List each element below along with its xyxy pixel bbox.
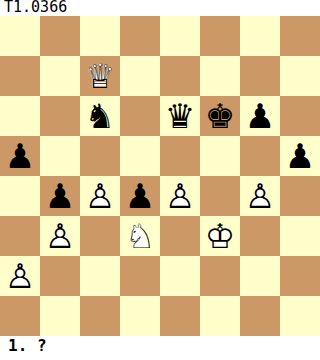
square-g2[interactable] bbox=[240, 256, 280, 296]
square-b4[interactable]: ♟ bbox=[40, 176, 80, 216]
white-pawn-outline: ♙ bbox=[240, 176, 280, 216]
black-pawn-glyph: ♟ bbox=[0, 136, 40, 176]
white-king[interactable]: ♚♔ bbox=[200, 216, 240, 256]
black-pawn[interactable]: ♟ bbox=[240, 96, 280, 136]
square-c8[interactable] bbox=[80, 16, 120, 56]
square-e6[interactable]: ♛ bbox=[160, 96, 200, 136]
square-e7[interactable] bbox=[160, 56, 200, 96]
square-f8[interactable] bbox=[200, 16, 240, 56]
black-pawn-glyph: ♟ bbox=[40, 176, 80, 216]
white-pawn[interactable]: ♟♙ bbox=[240, 176, 280, 216]
black-knight-glyph: ♞ bbox=[80, 96, 120, 136]
square-c1[interactable] bbox=[80, 296, 120, 336]
chess-board: ♛♕♞♛♚♟♟♟♟♟♙♟♟♙♟♙♟♙♞♘♚♔♟♙ bbox=[0, 16, 320, 336]
square-a4[interactable] bbox=[0, 176, 40, 216]
square-g7[interactable] bbox=[240, 56, 280, 96]
square-b3[interactable]: ♟♙ bbox=[40, 216, 80, 256]
square-h1[interactable] bbox=[280, 296, 320, 336]
square-b7[interactable] bbox=[40, 56, 80, 96]
square-h5[interactable]: ♟ bbox=[280, 136, 320, 176]
square-g8[interactable] bbox=[240, 16, 280, 56]
square-d8[interactable] bbox=[120, 16, 160, 56]
black-pawn-glyph: ♟ bbox=[240, 96, 280, 136]
black-knight[interactable]: ♞ bbox=[80, 96, 120, 136]
square-g3[interactable] bbox=[240, 216, 280, 256]
white-pawn-outline: ♙ bbox=[160, 176, 200, 216]
black-king[interactable]: ♚ bbox=[200, 96, 240, 136]
square-h3[interactable] bbox=[280, 216, 320, 256]
white-queen[interactable]: ♛♕ bbox=[80, 56, 120, 96]
square-f4[interactable] bbox=[200, 176, 240, 216]
square-g4[interactable]: ♟♙ bbox=[240, 176, 280, 216]
square-d4[interactable]: ♟ bbox=[120, 176, 160, 216]
white-pawn[interactable]: ♟♙ bbox=[160, 176, 200, 216]
black-pawn[interactable]: ♟ bbox=[280, 136, 320, 176]
square-e5[interactable] bbox=[160, 136, 200, 176]
square-g5[interactable] bbox=[240, 136, 280, 176]
square-f7[interactable] bbox=[200, 56, 240, 96]
square-b2[interactable] bbox=[40, 256, 80, 296]
white-pawn-outline: ♙ bbox=[80, 176, 120, 216]
square-c3[interactable] bbox=[80, 216, 120, 256]
square-b1[interactable] bbox=[40, 296, 80, 336]
square-c4[interactable]: ♟♙ bbox=[80, 176, 120, 216]
square-g1[interactable] bbox=[240, 296, 280, 336]
chess-puzzle-window: T1.0366 ♛♕♞♛♚♟♟♟♟♟♙♟♟♙♟♙♟♙♞♘♚♔♟♙ 1. ? bbox=[0, 0, 320, 360]
white-queen-outline: ♕ bbox=[80, 56, 120, 96]
white-knight-outline: ♘ bbox=[120, 216, 160, 256]
white-pawn-outline: ♙ bbox=[40, 216, 80, 256]
square-f3[interactable]: ♚♔ bbox=[200, 216, 240, 256]
square-f6[interactable]: ♚ bbox=[200, 96, 240, 136]
white-pawn[interactable]: ♟♙ bbox=[0, 256, 40, 296]
square-d7[interactable] bbox=[120, 56, 160, 96]
square-e2[interactable] bbox=[160, 256, 200, 296]
black-pawn[interactable]: ♟ bbox=[0, 136, 40, 176]
square-h6[interactable] bbox=[280, 96, 320, 136]
black-pawn-glyph: ♟ bbox=[280, 136, 320, 176]
square-a7[interactable] bbox=[0, 56, 40, 96]
square-d2[interactable] bbox=[120, 256, 160, 296]
square-c5[interactable] bbox=[80, 136, 120, 176]
square-h2[interactable] bbox=[280, 256, 320, 296]
black-pawn[interactable]: ♟ bbox=[120, 176, 160, 216]
square-h8[interactable] bbox=[280, 16, 320, 56]
square-f1[interactable] bbox=[200, 296, 240, 336]
square-b5[interactable] bbox=[40, 136, 80, 176]
square-a6[interactable] bbox=[0, 96, 40, 136]
square-e3[interactable] bbox=[160, 216, 200, 256]
black-king-glyph: ♚ bbox=[200, 96, 240, 136]
square-c2[interactable] bbox=[80, 256, 120, 296]
square-d5[interactable] bbox=[120, 136, 160, 176]
square-b6[interactable] bbox=[40, 96, 80, 136]
black-queen[interactable]: ♛ bbox=[160, 96, 200, 136]
black-pawn-glyph: ♟ bbox=[120, 176, 160, 216]
square-a8[interactable] bbox=[0, 16, 40, 56]
move-prompt: 1. ? bbox=[0, 336, 320, 360]
square-a1[interactable] bbox=[0, 296, 40, 336]
square-a5[interactable]: ♟ bbox=[0, 136, 40, 176]
square-c7[interactable]: ♛♕ bbox=[80, 56, 120, 96]
square-d6[interactable] bbox=[120, 96, 160, 136]
white-knight[interactable]: ♞♘ bbox=[120, 216, 160, 256]
square-f2[interactable] bbox=[200, 256, 240, 296]
square-d1[interactable] bbox=[120, 296, 160, 336]
square-c6[interactable]: ♞ bbox=[80, 96, 120, 136]
white-pawn[interactable]: ♟♙ bbox=[80, 176, 120, 216]
black-pawn[interactable]: ♟ bbox=[40, 176, 80, 216]
square-d3[interactable]: ♞♘ bbox=[120, 216, 160, 256]
square-b8[interactable] bbox=[40, 16, 80, 56]
white-pawn[interactable]: ♟♙ bbox=[40, 216, 80, 256]
square-a2[interactable]: ♟♙ bbox=[0, 256, 40, 296]
square-e8[interactable] bbox=[160, 16, 200, 56]
square-h4[interactable] bbox=[280, 176, 320, 216]
square-e1[interactable] bbox=[160, 296, 200, 336]
square-g6[interactable]: ♟ bbox=[240, 96, 280, 136]
white-king-outline: ♔ bbox=[200, 216, 240, 256]
white-pawn-outline: ♙ bbox=[0, 256, 40, 296]
square-e4[interactable]: ♟♙ bbox=[160, 176, 200, 216]
black-queen-glyph: ♛ bbox=[160, 96, 200, 136]
square-h7[interactable] bbox=[280, 56, 320, 96]
square-a3[interactable] bbox=[0, 216, 40, 256]
square-f5[interactable] bbox=[200, 136, 240, 176]
puzzle-id: T1.0366 bbox=[0, 0, 320, 16]
